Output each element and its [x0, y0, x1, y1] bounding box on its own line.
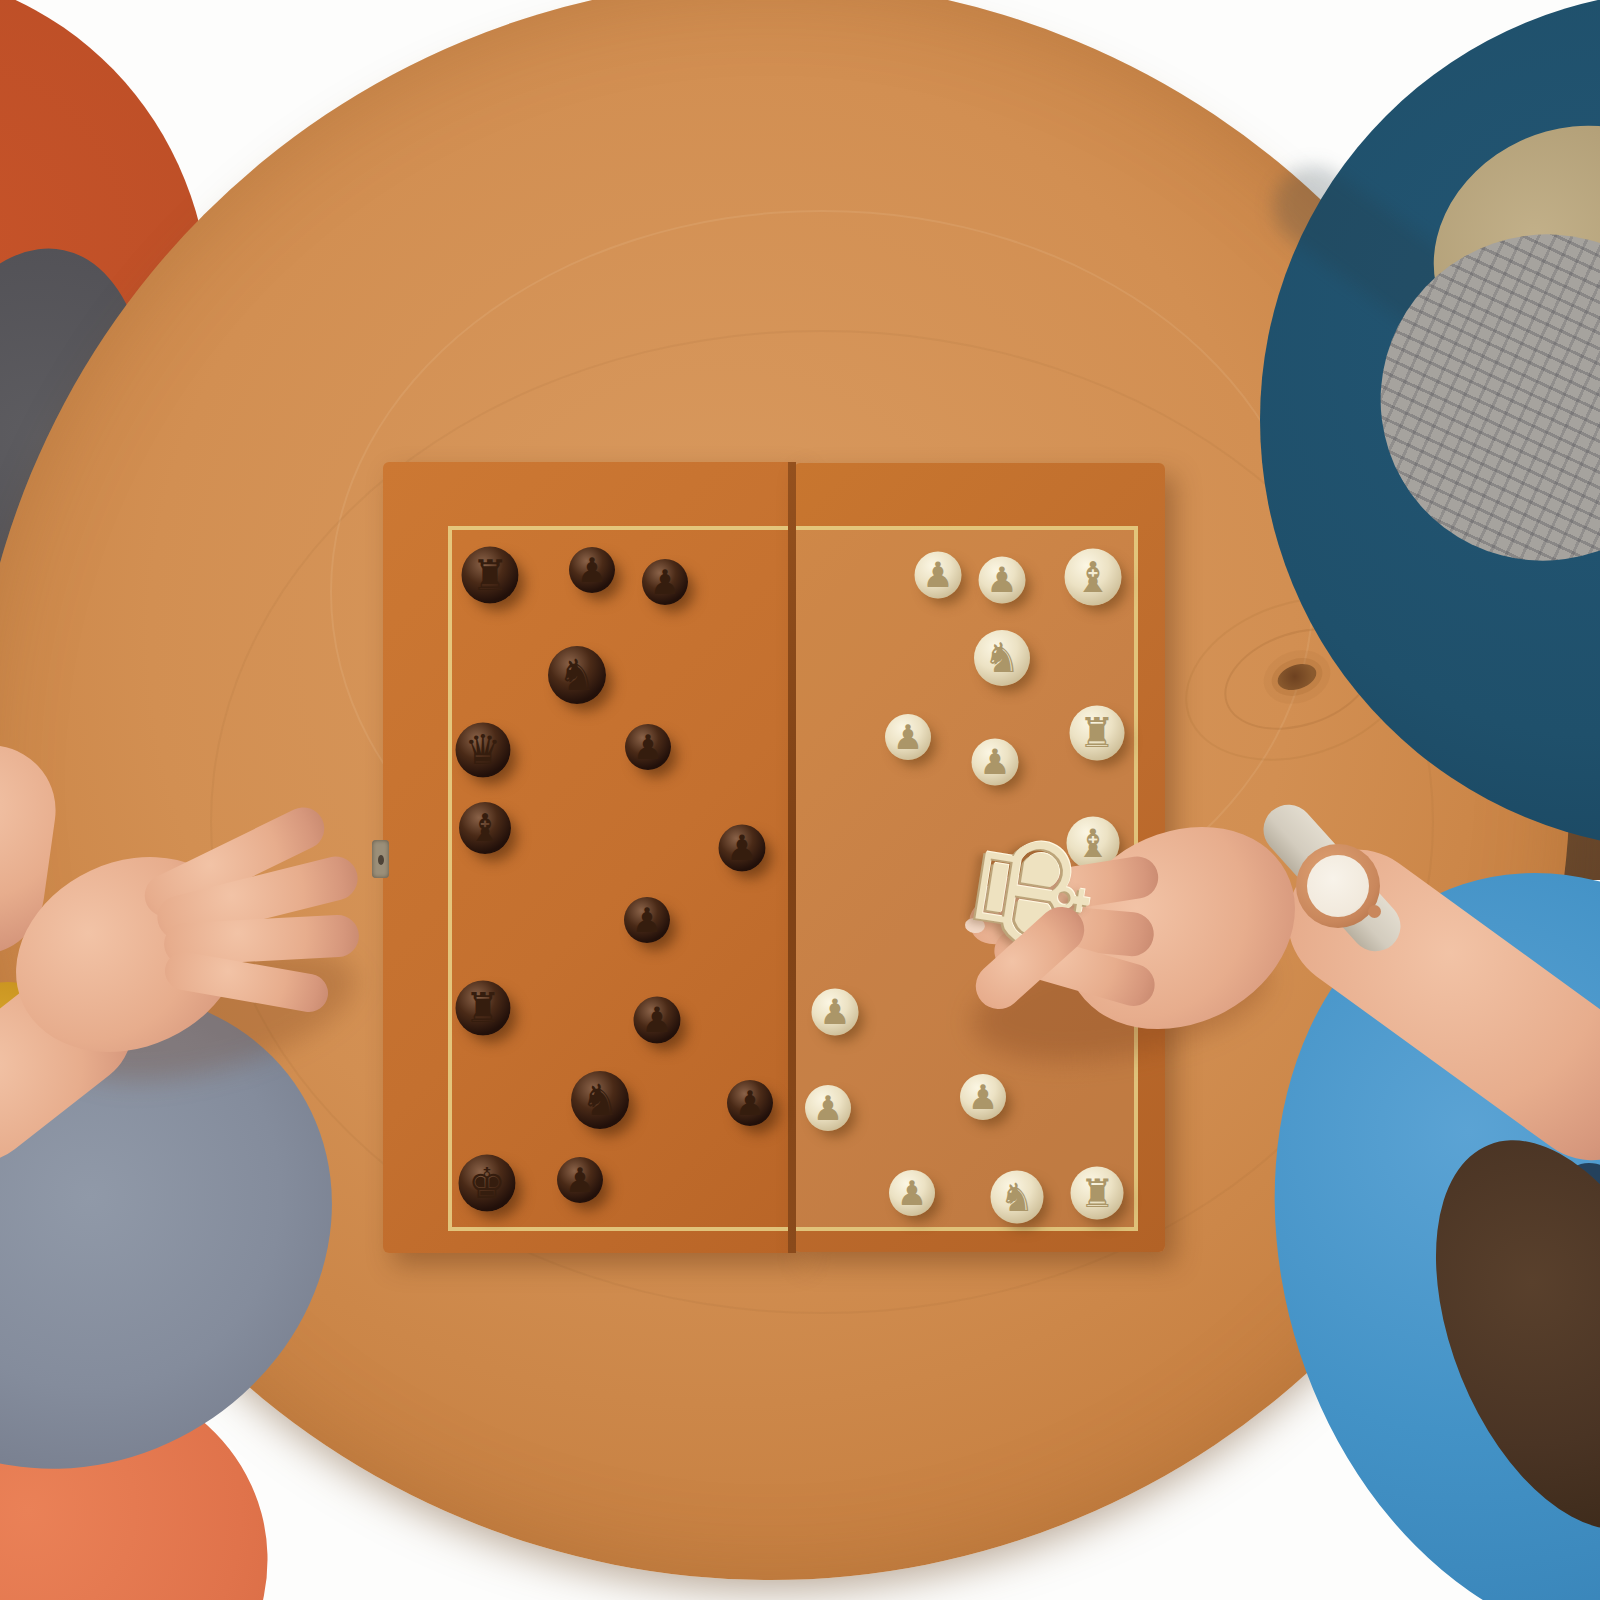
piece-white-pawn-f6[interactable]: ♟	[885, 714, 931, 760]
piece-black-pawn-b1[interactable]: ♟	[557, 1157, 603, 1203]
piece-black-pawn-d2[interactable]: ♟	[727, 1080, 773, 1126]
piece-white-pawn-g6[interactable]: ♟	[972, 739, 1019, 786]
watch-dial	[1307, 855, 1369, 917]
scene: ♜♟♟♞♛♟♝♟♟♜♟♞♟♚♟♟♟♝♞♟♟♜♝♛♟♟♟♟♞♜ ♚	[0, 0, 1600, 1600]
piece-black-pawn-b8[interactable]: ♟	[569, 547, 615, 593]
piece-black-pawn-d5[interactable]: ♟	[719, 825, 766, 872]
piece-black-pawn-c3[interactable]: ♟	[634, 997, 681, 1044]
piece-black-queen-a6[interactable]: ♛	[456, 723, 511, 778]
piece-white-pawn-f8[interactable]: ♟	[915, 552, 962, 599]
piece-white-pawn-e2[interactable]: ♟	[805, 1085, 851, 1131]
piece-white-knight-g1[interactable]: ♞	[991, 1171, 1044, 1224]
piece-white-rook-h1[interactable]: ♜	[1071, 1167, 1124, 1220]
piece-black-king-a1[interactable]: ♚	[459, 1155, 516, 1212]
piece-black-knight-b2[interactable]: ♞	[571, 1071, 629, 1129]
piece-white-bishop-h8[interactable]: ♝	[1065, 549, 1122, 606]
piece-black-rook-a8[interactable]: ♜	[462, 547, 519, 604]
piece-white-pawn-e3[interactable]: ♟	[812, 989, 859, 1036]
piece-white-rook-h6[interactable]: ♜	[1070, 706, 1125, 761]
board-clasp-pin	[378, 855, 384, 865]
piece-white-pawn-f1[interactable]: ♟	[889, 1170, 935, 1216]
piece-white-pawn-g8[interactable]: ♟	[979, 557, 1026, 604]
piece-black-pawn-c4[interactable]: ♟	[624, 897, 670, 943]
watch-crown-icon	[1368, 905, 1381, 918]
piece-black-knight-b7[interactable]: ♞	[548, 646, 606, 704]
piece-black-rook-a3[interactable]: ♜	[456, 981, 511, 1036]
piece-black-pawn-c8[interactable]: ♟	[642, 559, 688, 605]
piece-white-pawn-g2[interactable]: ♟	[960, 1074, 1006, 1120]
piece-white-knight-g7[interactable]: ♞	[974, 630, 1030, 686]
piece-black-bishop-a5[interactable]: ♝	[459, 802, 511, 854]
board-fold-hinge	[788, 462, 796, 1253]
piece-black-pawn-c6[interactable]: ♟	[625, 724, 671, 770]
